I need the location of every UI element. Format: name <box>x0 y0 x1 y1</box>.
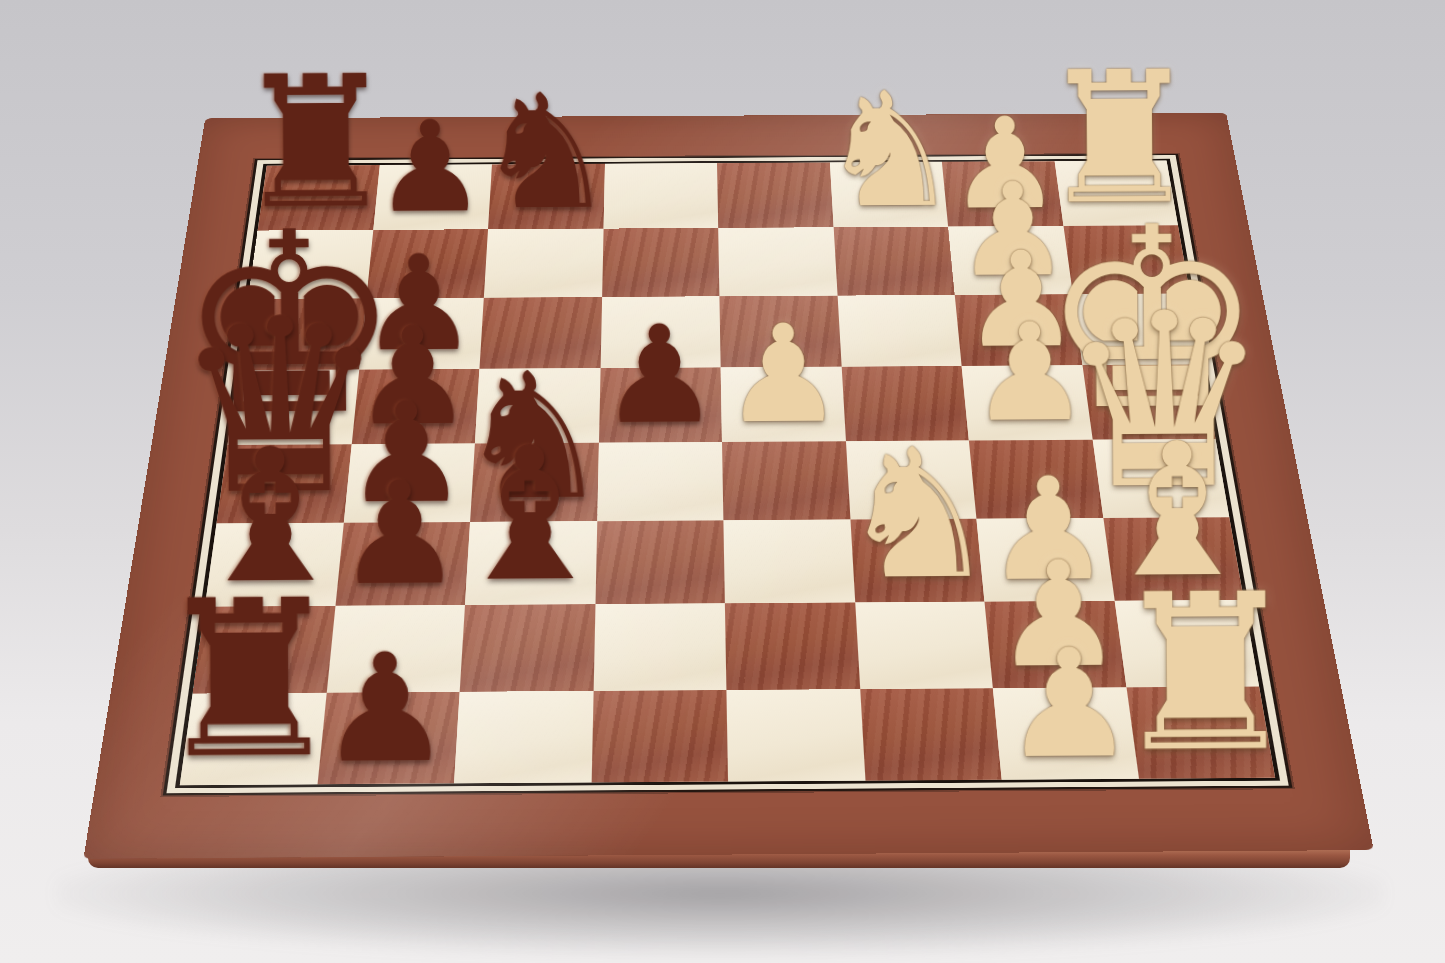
square <box>475 368 600 444</box>
square <box>723 520 854 603</box>
chess-board-frame: CHESSBAZAAR ♜♟♞♞♟♜♟♟♟♚♟♟♟♟♚♛♟♞♛♝♟♝♞♟♝♟♜♟… <box>83 113 1373 859</box>
square: ♟ <box>721 367 846 442</box>
square: ♛ <box>1092 439 1229 518</box>
square: ♟ <box>373 164 492 230</box>
square <box>718 227 837 296</box>
square <box>860 688 1002 780</box>
square: ♝ <box>1103 517 1244 600</box>
square: ♞ <box>488 164 605 230</box>
square: ♚ <box>228 369 359 445</box>
square: ♟ <box>598 367 722 442</box>
square <box>591 690 728 783</box>
square <box>969 440 1103 519</box>
square: ♟ <box>955 294 1082 366</box>
square <box>841 366 969 441</box>
piece-black-knight: ♞ <box>474 79 617 225</box>
square <box>600 296 721 368</box>
square: ♜ <box>1126 686 1275 778</box>
square <box>460 604 595 692</box>
piece-white-pawn: ♟ <box>948 107 1061 223</box>
square <box>602 228 720 297</box>
square <box>597 442 724 521</box>
square <box>366 229 488 298</box>
square <box>1063 225 1190 294</box>
square <box>454 691 593 784</box>
square: ♛ <box>217 444 352 523</box>
square: ♟ <box>335 522 470 605</box>
square <box>855 601 993 689</box>
square: ♟ <box>993 687 1139 779</box>
square: ♞ <box>829 162 948 228</box>
square <box>717 162 833 228</box>
square: ♝ <box>205 523 343 606</box>
square <box>193 606 335 694</box>
square <box>725 602 860 690</box>
square: ♟ <box>976 518 1114 601</box>
square: ♟ <box>962 365 1093 440</box>
square <box>726 689 865 781</box>
square <box>479 297 601 369</box>
square <box>595 520 725 603</box>
square: ♜ <box>258 165 380 231</box>
square: ♟ <box>948 226 1072 295</box>
square <box>593 603 726 691</box>
square: ♝ <box>465 521 597 604</box>
square <box>833 227 955 296</box>
square <box>484 229 603 298</box>
square: ♚ <box>1082 364 1215 439</box>
square <box>326 605 465 693</box>
piece-white-knight: ♞ <box>819 77 962 223</box>
chess-board-squares: CHESSBAZAAR ♜♟♞♞♟♜♟♟♟♚♟♟♟♟♚♛♟♞♛♝♟♝♞♟♝♟♜♟… <box>175 159 1280 789</box>
square: ♜ <box>1054 161 1178 226</box>
square <box>603 163 718 229</box>
square <box>845 440 976 519</box>
square: ♟ <box>351 369 479 445</box>
square <box>248 230 373 299</box>
square: ♟ <box>359 297 484 369</box>
square: ♞ <box>850 519 984 602</box>
piece-black-pawn: ♟ <box>374 110 487 226</box>
square: ♟ <box>984 600 1126 688</box>
square: ♟ <box>942 161 1063 227</box>
piece-black-rook: ♜ <box>233 59 397 227</box>
square <box>719 295 841 367</box>
square <box>238 298 366 370</box>
square: ♟ <box>343 444 475 523</box>
square: ♞ <box>470 443 598 522</box>
square <box>1072 293 1202 365</box>
square <box>722 441 850 520</box>
piece-white-rook: ♜ <box>1038 55 1201 223</box>
square: ♟ <box>317 692 460 785</box>
square <box>837 295 962 367</box>
square: ♜ <box>180 693 326 786</box>
square <box>1114 600 1259 688</box>
